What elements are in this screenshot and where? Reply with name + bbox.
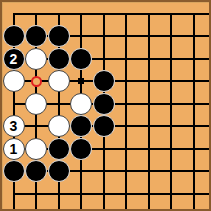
hoshi-star-point: [78, 78, 84, 84]
white-stone: [25, 93, 47, 115]
white-stone: [3, 70, 25, 92]
move-number-label: 3: [10, 119, 18, 133]
grid-line-horizontal: [13, 193, 210, 195]
black-stone: [3, 25, 25, 47]
black-stone: [70, 138, 92, 160]
black-stone: [25, 25, 47, 47]
red-circle-mark: [31, 76, 42, 87]
white-stone: 3: [3, 115, 25, 137]
black-stone: [93, 70, 115, 92]
white-stone: [48, 70, 70, 92]
grid-line-vertical: [170, 13, 172, 210]
grid-line-vertical: [125, 13, 127, 210]
black-stone: [93, 93, 115, 115]
black-stone: 2: [3, 48, 25, 70]
white-stone: 1: [3, 138, 25, 160]
black-stone: [48, 48, 70, 70]
black-stone: [93, 115, 115, 137]
grid-line-horizontal: [13, 13, 210, 15]
white-stone: [25, 48, 47, 70]
white-stone: [25, 138, 47, 160]
black-stone: [48, 160, 70, 182]
grid-line-vertical: [193, 13, 195, 210]
white-stone: [48, 115, 70, 137]
black-stone: [70, 48, 92, 70]
black-stone: [25, 160, 47, 182]
black-stone: [48, 138, 70, 160]
grid-line-vertical: [148, 13, 150, 210]
go-board: 231: [0, 0, 211, 211]
black-stone: [70, 115, 92, 137]
black-stone: [48, 25, 70, 47]
black-stone: [3, 160, 25, 182]
move-number-label: 2: [10, 52, 18, 66]
white-stone: [70, 93, 92, 115]
move-number-label: 1: [10, 142, 18, 156]
